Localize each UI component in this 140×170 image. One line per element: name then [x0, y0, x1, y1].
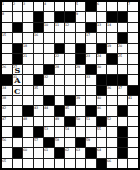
clue-number: 31: [13, 75, 17, 78]
cell[interactable]: [13, 33, 23, 42]
black-cell: [128, 86, 138, 95]
black-cell: [55, 44, 65, 53]
clue-number: 27: [13, 65, 17, 68]
cell[interactable]: 60: [23, 148, 33, 157]
cell[interactable]: [44, 86, 54, 95]
black-cell: [97, 75, 107, 84]
cell[interactable]: C: [13, 86, 23, 95]
clue-number: 9: [76, 12, 78, 15]
cell[interactable]: [65, 2, 75, 11]
cell[interactable]: 42: [2, 106, 12, 115]
clue-number: 39: [76, 96, 80, 99]
cell[interactable]: 36: [107, 86, 117, 95]
cell[interactable]: 14: [107, 23, 117, 32]
cell[interactable]: [86, 127, 96, 136]
clue-number: 63: [76, 148, 80, 151]
cell[interactable]: 30: [97, 65, 107, 74]
cell[interactable]: 65: [2, 159, 12, 168]
cell[interactable]: [76, 75, 86, 84]
cell[interactable]: [23, 127, 33, 136]
cell[interactable]: 3: [23, 2, 33, 11]
cell[interactable]: [13, 159, 23, 168]
cell[interactable]: 18: [23, 44, 33, 53]
cell[interactable]: 48: [23, 117, 33, 126]
cell[interactable]: [107, 33, 117, 42]
cell[interactable]: [128, 65, 138, 74]
cell[interactable]: [23, 65, 33, 74]
cell[interactable]: 41: [128, 96, 138, 105]
cell[interactable]: [107, 2, 117, 11]
cell[interactable]: [34, 159, 44, 168]
cell[interactable]: [23, 86, 33, 95]
clue-number: 21: [23, 54, 27, 57]
cell[interactable]: 43: [34, 106, 44, 115]
cell[interactable]: [55, 33, 65, 42]
cell[interactable]: [118, 23, 128, 32]
clue-number: 59: [86, 138, 90, 141]
cell[interactable]: [13, 117, 23, 126]
clue-number: 26: [2, 65, 6, 68]
cell[interactable]: [76, 159, 86, 168]
black-cell: [107, 54, 117, 63]
clue-number: 35: [34, 86, 38, 89]
black-cell: [23, 106, 33, 115]
black-cell: [118, 75, 128, 84]
cell[interactable]: [2, 23, 12, 32]
cell[interactable]: [65, 75, 75, 84]
cell[interactable]: 35: [34, 86, 44, 95]
cell[interactable]: [44, 54, 54, 63]
cell[interactable]: [23, 96, 33, 105]
cell[interactable]: 52: [107, 117, 117, 126]
cell[interactable]: 9: [76, 12, 86, 21]
black-cell: [86, 23, 96, 32]
cell[interactable]: [34, 44, 44, 53]
black-cell: [97, 159, 107, 168]
cell[interactable]: [23, 75, 33, 84]
cell[interactable]: [118, 159, 128, 168]
clue-number: 61: [44, 148, 48, 151]
cell[interactable]: [55, 86, 65, 95]
black-cell: [107, 75, 117, 84]
clue-number: 37: [118, 86, 122, 89]
clue-number: 36: [107, 86, 111, 89]
cell[interactable]: [34, 65, 44, 74]
clue-number: 4: [44, 2, 46, 5]
black-cell: [34, 75, 44, 84]
entered-letter: A: [13, 75, 23, 84]
black-cell: [65, 96, 75, 105]
black-cell: [13, 44, 23, 53]
clue-number: 16: [34, 33, 38, 36]
cell[interactable]: 56: [2, 138, 12, 147]
black-cell: [65, 12, 75, 21]
clue-number: 56: [2, 138, 6, 141]
cell[interactable]: [76, 127, 86, 136]
cell[interactable]: [13, 138, 23, 147]
clue-number: 17: [86, 33, 90, 36]
clue-number: 2: [13, 2, 15, 5]
cell[interactable]: 59: [86, 138, 96, 147]
black-cell: [97, 117, 107, 126]
clue-number: 6: [97, 2, 99, 5]
black-cell: [118, 106, 128, 115]
cell[interactable]: [65, 86, 75, 95]
cell[interactable]: [128, 159, 138, 168]
clue-number: 43: [34, 106, 38, 109]
black-cell: [13, 148, 23, 157]
clue-number: 66: [107, 159, 111, 162]
cell[interactable]: 33: [86, 75, 96, 84]
clue-number: 7: [128, 2, 130, 5]
cell[interactable]: 15: [2, 33, 12, 42]
clue-number: 18: [23, 44, 27, 47]
cell[interactable]: [23, 138, 33, 147]
black-cell: [13, 127, 23, 136]
clue-number: 47: [2, 117, 6, 120]
black-cell: [118, 12, 128, 21]
cell[interactable]: 19: [107, 44, 117, 53]
cell[interactable]: 22: [55, 54, 65, 63]
clue-number: 29: [76, 65, 80, 68]
clue-number: 14: [107, 23, 111, 26]
cell[interactable]: [118, 96, 128, 105]
cell[interactable]: [34, 2, 44, 11]
cell[interactable]: 58: [55, 138, 65, 147]
clue-number: 32: [44, 75, 48, 78]
cell[interactable]: [76, 23, 86, 32]
cell[interactable]: [107, 96, 117, 105]
cell[interactable]: 64: [97, 148, 107, 157]
clue-number: 5: [76, 2, 78, 5]
cell[interactable]: 37: [118, 86, 128, 95]
black-cell: [118, 33, 128, 42]
cell[interactable]: [23, 23, 33, 32]
cell[interactable]: [118, 2, 128, 11]
cell[interactable]: [13, 12, 23, 21]
clue-number: 1: [2, 2, 4, 5]
cell[interactable]: [44, 117, 54, 126]
cell[interactable]: 7: [128, 2, 138, 11]
cell[interactable]: [23, 12, 33, 21]
cell[interactable]: 29: [76, 65, 86, 74]
clue-number: 54: [65, 127, 69, 130]
cell[interactable]: [76, 106, 86, 115]
clue-number: 48: [23, 117, 27, 120]
black-cell: [34, 12, 44, 21]
black-cell: [13, 54, 23, 63]
clue-number: 49: [55, 117, 59, 120]
cell[interactable]: [23, 33, 33, 42]
cell[interactable]: [97, 12, 107, 21]
entered-letter: C: [13, 86, 23, 95]
clue-number: 57: [34, 138, 38, 141]
cell[interactable]: [118, 117, 128, 126]
cell[interactable]: [34, 148, 44, 157]
entered-letter: S: [13, 65, 23, 74]
cell[interactable]: 55: [97, 127, 107, 136]
cell[interactable]: 21: [23, 54, 33, 63]
cell[interactable]: [55, 96, 65, 105]
cell[interactable]: 6: [97, 2, 107, 11]
cell[interactable]: 34: [2, 86, 12, 95]
black-cell: [86, 2, 96, 11]
cell[interactable]: 26: [2, 65, 12, 74]
cell[interactable]: 62: [65, 148, 75, 157]
black-cell: [86, 148, 96, 157]
cell[interactable]: [2, 148, 12, 157]
black-cell: [34, 127, 44, 136]
black-cell: [55, 106, 65, 115]
cell[interactable]: [86, 159, 96, 168]
clue-number: 46: [97, 106, 101, 109]
cell[interactable]: 1: [2, 2, 12, 11]
clue-number: 19: [107, 44, 111, 47]
black-cell: [65, 117, 75, 126]
black-cell: [118, 138, 128, 147]
black-cell: [86, 106, 96, 115]
cell[interactable]: [128, 44, 138, 53]
black-cell: [55, 12, 65, 21]
cell[interactable]: [76, 86, 86, 95]
clue-number: 10: [44, 23, 48, 26]
cell[interactable]: [86, 96, 96, 105]
clue-number: 44: [44, 106, 48, 109]
black-cell: [76, 54, 86, 63]
clue-number: 51: [86, 117, 90, 120]
cell[interactable]: 2: [13, 2, 23, 11]
cell[interactable]: [23, 159, 33, 168]
cell[interactable]: 45: [65, 106, 75, 115]
cell[interactable]: 40: [97, 96, 107, 105]
clue-number: 12: [65, 23, 69, 26]
cell[interactable]: 28: [55, 65, 65, 74]
black-cell: [107, 12, 117, 21]
cell[interactable]: 8: [2, 12, 12, 21]
cell[interactable]: [2, 54, 12, 63]
cell[interactable]: [65, 138, 75, 147]
cell[interactable]: 10: [44, 23, 54, 32]
cell[interactable]: 32: [44, 75, 54, 84]
clue-number: 52: [107, 117, 111, 120]
cell[interactable]: [13, 106, 23, 115]
cell[interactable]: 24: [97, 54, 107, 63]
clue-number: 33: [86, 75, 90, 78]
cell[interactable]: 23: [86, 54, 96, 63]
clue-number: 13: [97, 23, 101, 26]
cell[interactable]: [2, 127, 12, 136]
clue-number: 8: [2, 12, 4, 15]
cell[interactable]: 50: [76, 117, 86, 126]
cell[interactable]: 31A: [13, 75, 23, 84]
black-cell: [55, 148, 65, 157]
cell[interactable]: [65, 54, 75, 63]
cell[interactable]: [13, 96, 23, 105]
clue-number: 11: [55, 23, 59, 26]
clue-number: 45: [65, 106, 69, 109]
cell[interactable]: [128, 33, 138, 42]
clue-number: 38: [2, 96, 6, 99]
clue-number: 23: [86, 54, 90, 57]
clue-number: 53: [44, 127, 48, 130]
cell[interactable]: 39: [76, 96, 86, 105]
cell[interactable]: [34, 117, 44, 126]
clue-number: 22: [55, 54, 59, 57]
clue-number: 58: [55, 138, 59, 141]
cell[interactable]: [44, 159, 54, 168]
cell[interactable]: [76, 33, 86, 42]
cell[interactable]: 63: [76, 148, 86, 157]
cell[interactable]: [65, 44, 75, 53]
clue-number: 28: [55, 65, 59, 68]
clue-number: 15: [2, 33, 6, 36]
cell[interactable]: [86, 86, 96, 95]
cell[interactable]: 49: [55, 117, 65, 126]
cell[interactable]: [128, 12, 138, 21]
cell[interactable]: 53: [44, 127, 54, 136]
cell[interactable]: [107, 106, 117, 115]
cell[interactable]: 16: [34, 33, 44, 42]
cell[interactable]: 54: [65, 127, 75, 136]
crossword-grid: 1234567891011121314151617181920212223242…: [0, 0, 140, 170]
cell[interactable]: 13: [97, 23, 107, 32]
cell[interactable]: [107, 65, 117, 74]
cell[interactable]: [65, 159, 75, 168]
cell[interactable]: [86, 12, 96, 21]
cell[interactable]: [55, 75, 65, 84]
cell[interactable]: [97, 33, 107, 42]
cell[interactable]: [128, 54, 138, 63]
black-cell: [44, 138, 54, 147]
cell[interactable]: [128, 148, 138, 157]
cell[interactable]: 17: [86, 33, 96, 42]
cell[interactable]: 20: [118, 44, 128, 53]
cell[interactable]: 38: [2, 96, 12, 105]
cell[interactable]: 25: [118, 54, 128, 63]
black-cell: [13, 23, 23, 32]
clue-number: 40: [97, 96, 101, 99]
black-cell: [97, 44, 107, 53]
clue-number: 3: [23, 2, 25, 5]
cell[interactable]: 51: [86, 117, 96, 126]
cell[interactable]: [2, 44, 12, 53]
black-cell: [34, 23, 44, 32]
cell[interactable]: 46: [97, 106, 107, 115]
cell[interactable]: [128, 75, 138, 84]
cell[interactable]: [107, 148, 117, 157]
cell[interactable]: [55, 159, 65, 168]
clue-number: 65: [2, 159, 6, 162]
cell[interactable]: 4: [44, 2, 54, 11]
clue-number: 34: [2, 86, 6, 89]
black-cell: [118, 148, 128, 157]
black-cell: [76, 138, 86, 147]
cell[interactable]: 27S: [13, 65, 23, 74]
clue-number: 50: [76, 117, 80, 120]
cell[interactable]: [55, 2, 65, 11]
cell[interactable]: 5: [76, 2, 86, 11]
black-cell: [118, 127, 128, 136]
cell[interactable]: 57: [34, 138, 44, 147]
cell[interactable]: [65, 33, 75, 42]
cell[interactable]: [65, 65, 75, 74]
cell[interactable]: [44, 44, 54, 53]
black-cell: [76, 44, 86, 53]
clue-number: 42: [2, 106, 6, 109]
clue-number: 60: [23, 148, 27, 151]
cell[interactable]: [34, 96, 44, 105]
cell[interactable]: 61: [44, 148, 54, 157]
cell[interactable]: [97, 138, 107, 147]
clue-number: 55: [97, 127, 101, 130]
clue-number: 25: [118, 54, 122, 57]
black-cell: [44, 96, 54, 105]
cell[interactable]: 11: [55, 23, 65, 32]
cell[interactable]: [55, 127, 65, 136]
cell[interactable]: [44, 33, 54, 42]
cell[interactable]: [128, 106, 138, 115]
cell[interactable]: [128, 138, 138, 147]
black-cell: [2, 75, 12, 84]
clue-number: 20: [118, 44, 122, 47]
cell[interactable]: [86, 44, 96, 53]
black-cell: [86, 65, 96, 74]
cell[interactable]: 47: [2, 117, 12, 126]
cell[interactable]: [128, 117, 138, 126]
cell[interactable]: [118, 65, 128, 74]
cell[interactable]: [128, 23, 138, 32]
cell[interactable]: [128, 127, 138, 136]
cell[interactable]: [44, 12, 54, 21]
clue-number: 30: [97, 65, 101, 68]
clue-number: 41: [128, 96, 132, 99]
black-cell: [44, 65, 54, 74]
cell[interactable]: 12: [65, 23, 75, 32]
clue-number: 62: [65, 148, 69, 151]
clue-number: 24: [97, 54, 101, 57]
cell[interactable]: [34, 54, 44, 63]
cell[interactable]: 44: [44, 106, 54, 115]
cell[interactable]: [107, 127, 117, 136]
cell[interactable]: [107, 138, 117, 147]
clue-number: 64: [97, 148, 101, 151]
black-cell: [97, 86, 107, 95]
cell[interactable]: 66: [107, 159, 117, 168]
